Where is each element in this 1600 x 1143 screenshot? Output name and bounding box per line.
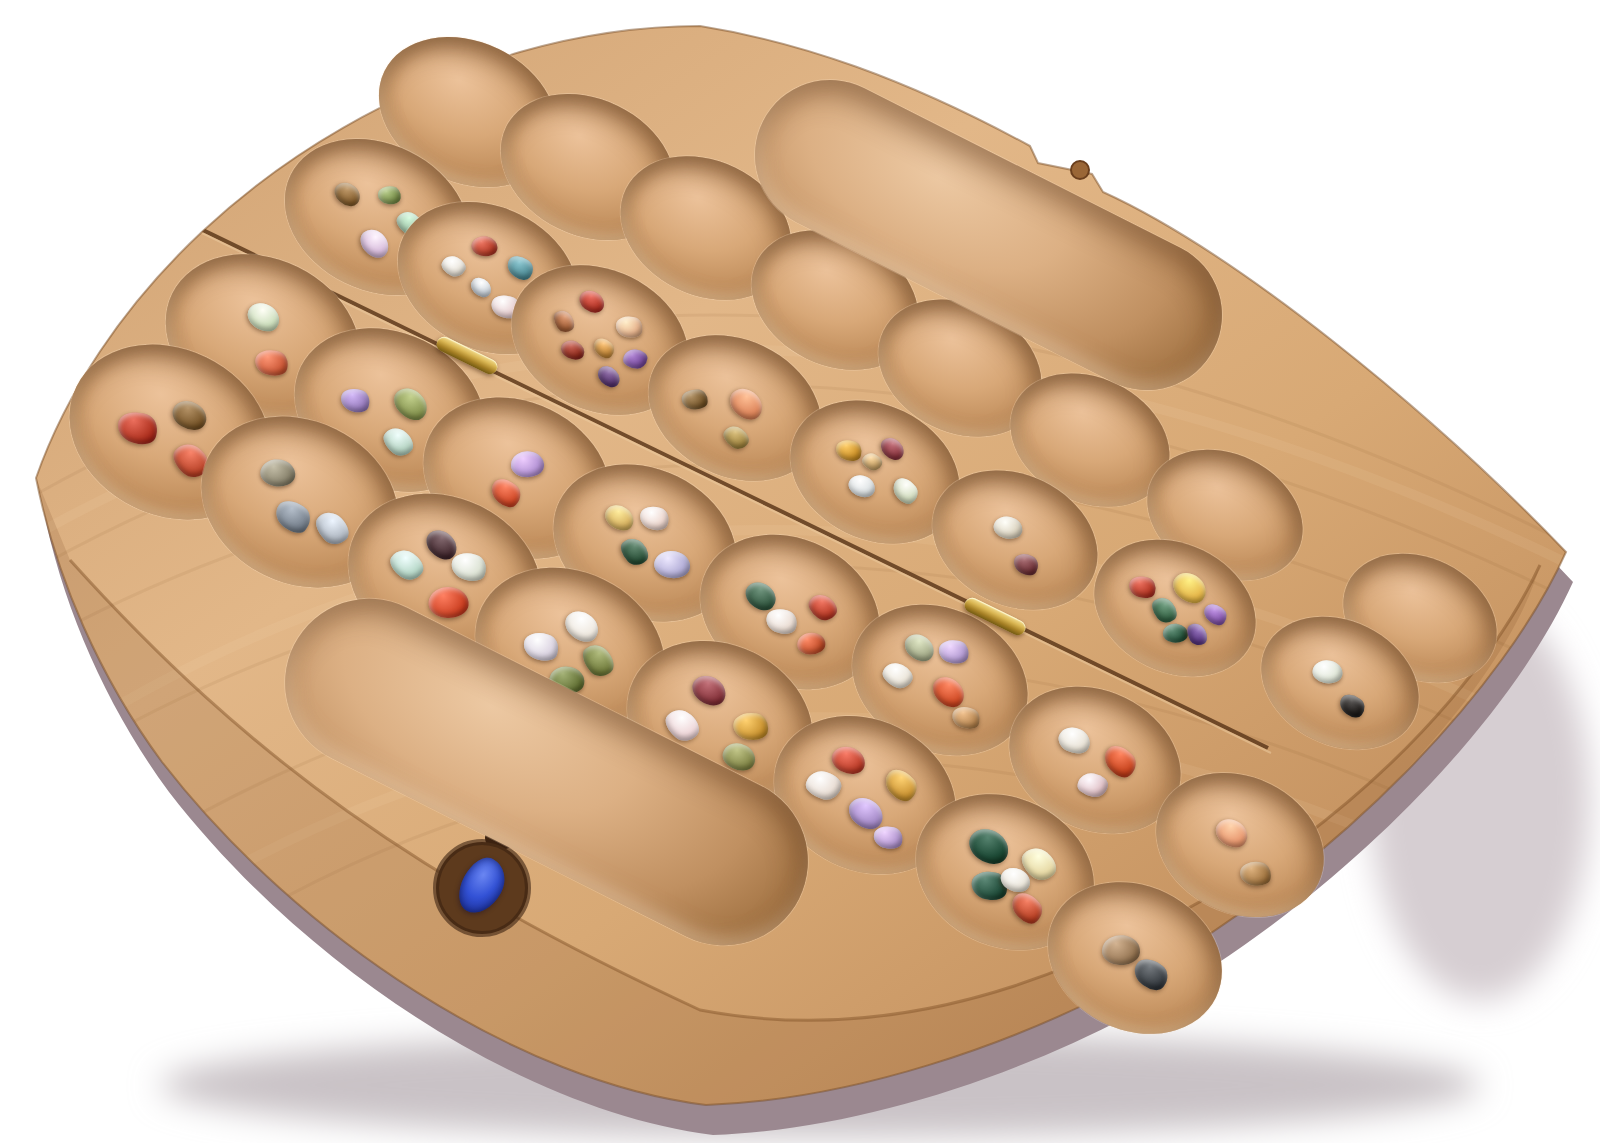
gem-stone [614,314,644,339]
gem-stone [338,385,372,415]
gem-stone [937,638,971,667]
gem-stone [1168,567,1212,611]
gem-stone [467,273,495,301]
gem-stone [731,711,768,741]
gem-stone [805,589,842,624]
gem-stone [687,670,732,713]
gem-stone [991,513,1025,542]
gem-stone [427,586,470,621]
gem-stone [1200,600,1230,629]
gem-stone [888,474,922,509]
gem-stone [253,348,290,379]
gem-stone [386,544,428,585]
gem-stone [725,383,769,427]
gem-stone [270,494,316,538]
latch-peg [1071,161,1089,179]
gem-stone [590,335,618,362]
gem-stone [1238,860,1271,887]
gem-stone [859,450,885,473]
gem-stone [1336,690,1369,721]
gem-stone [623,348,649,369]
gem-stone [1006,887,1047,928]
gem-stone [486,474,525,512]
gem-stone [900,629,939,667]
gem-stone [1127,573,1158,600]
gem-stone [797,632,826,654]
gem-stone [388,382,432,427]
gem-stone [1162,623,1189,645]
gem-stone [833,437,863,463]
gem-stone [1011,550,1042,578]
gem-stone [310,506,354,551]
gem-stone [1148,593,1181,627]
gem-stone [550,307,577,336]
gem-stone [963,821,1015,871]
gem-stone [652,548,692,582]
gem-stone [950,704,982,732]
gem-stone [682,389,708,409]
gem-stone [881,763,923,805]
gem-stone [558,337,587,364]
gem-stone [504,251,538,283]
gem-stone [616,533,653,570]
gem-stone [520,628,562,664]
gem-stone [880,659,916,692]
gem-stone [560,605,604,648]
gem-stone [576,286,609,317]
gem-stone [377,186,402,206]
gem-stone [168,395,211,436]
gem-stone [243,297,285,338]
gem-stone [872,824,905,851]
mancala-board-photo [0,0,1600,1143]
gem-stone [114,407,161,447]
gem-stone [1099,740,1142,783]
gem-stone [258,456,298,490]
gem-stone [600,499,638,535]
gem-stone [827,741,870,780]
gem-stone [1076,771,1110,800]
gem-stone [379,423,418,461]
gem-stone [594,362,624,392]
gem-stone [1101,933,1142,966]
gem-stone [845,471,879,502]
gem-stone [331,178,365,211]
gem-stone [1211,813,1253,854]
gem-stone [804,767,845,802]
gem-stone [1184,620,1211,649]
gem-stone [1311,657,1344,685]
gem-stone [720,422,753,453]
gem-stone [577,639,618,681]
gem-stone [1055,723,1094,759]
gem-stone [439,252,469,280]
gem-stone [638,503,672,533]
gem-stone [470,234,499,259]
gem-stone [355,224,394,264]
gem-stone [510,450,546,479]
